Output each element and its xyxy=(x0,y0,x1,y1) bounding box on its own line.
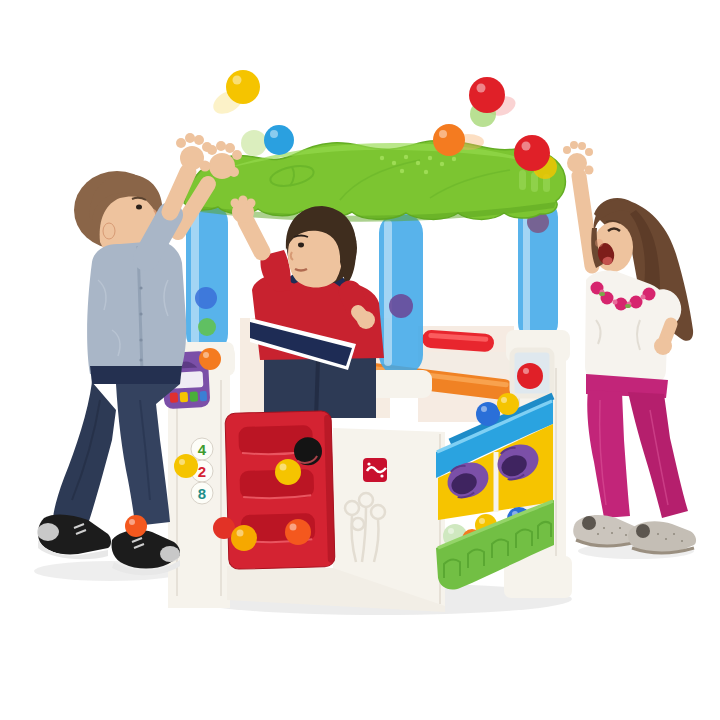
ball-green-in-column xyxy=(198,318,216,336)
boy-middle-left-hand xyxy=(357,311,375,329)
girl-raised-hand xyxy=(563,141,594,175)
flying-ball-blue xyxy=(264,125,294,155)
boy-left-front-hand xyxy=(176,133,212,172)
flying-ball-pale-green xyxy=(241,130,267,156)
boy-middle-eye xyxy=(298,243,304,248)
flying-ball-red xyxy=(469,77,505,113)
girl-shoe-front xyxy=(573,515,638,546)
product-photo-scene: 4 2 8 xyxy=(0,0,720,720)
ball-yellow-on-shelf xyxy=(497,393,519,415)
ball-yellow-by-door xyxy=(231,525,257,551)
number-badge-2: 2 xyxy=(198,463,206,480)
column-pedestal xyxy=(368,370,432,398)
jeans-seam xyxy=(316,360,318,418)
number-badge-8: 8 xyxy=(198,485,206,502)
ball-yellow-on-wall xyxy=(174,454,198,478)
ball-blue-in-column xyxy=(195,287,217,309)
girl-shoe-back xyxy=(628,521,696,553)
ball-window xyxy=(512,350,552,396)
step2-logo xyxy=(363,458,387,482)
boy-middle-forearm xyxy=(246,221,262,252)
ball-yellow-on-door xyxy=(275,459,301,485)
boy-middle-jeans xyxy=(264,356,376,418)
boy-left-ear xyxy=(103,223,115,239)
column-tube-front-right xyxy=(510,198,566,348)
girl-left-fist xyxy=(654,337,672,355)
girl-right xyxy=(563,141,696,553)
scene-canvas: 4 2 8 xyxy=(0,0,720,720)
girl-pants-right-leg xyxy=(587,390,630,518)
ball-blue-on-shelf xyxy=(476,402,500,426)
ball-orange-by-foot xyxy=(125,515,147,537)
ball-purple-in-column xyxy=(389,294,413,318)
flying-ball-yellow xyxy=(226,70,260,104)
boy-left-waistband xyxy=(90,366,182,384)
boy-left-back-shoe xyxy=(37,514,111,559)
ball-red-in-window xyxy=(517,363,543,389)
ball-orange-on-door xyxy=(285,519,311,545)
flying-ball-red-2 xyxy=(514,135,550,171)
girl-raised-arm xyxy=(579,176,592,266)
flying-ball-orange xyxy=(433,124,465,156)
girl-blush xyxy=(595,239,603,247)
boy-left-jeans-back-leg xyxy=(53,382,116,524)
number-badge-4: 4 xyxy=(198,441,207,458)
ball-orange-on-tower xyxy=(199,348,221,370)
boy-left-eye xyxy=(136,205,142,210)
